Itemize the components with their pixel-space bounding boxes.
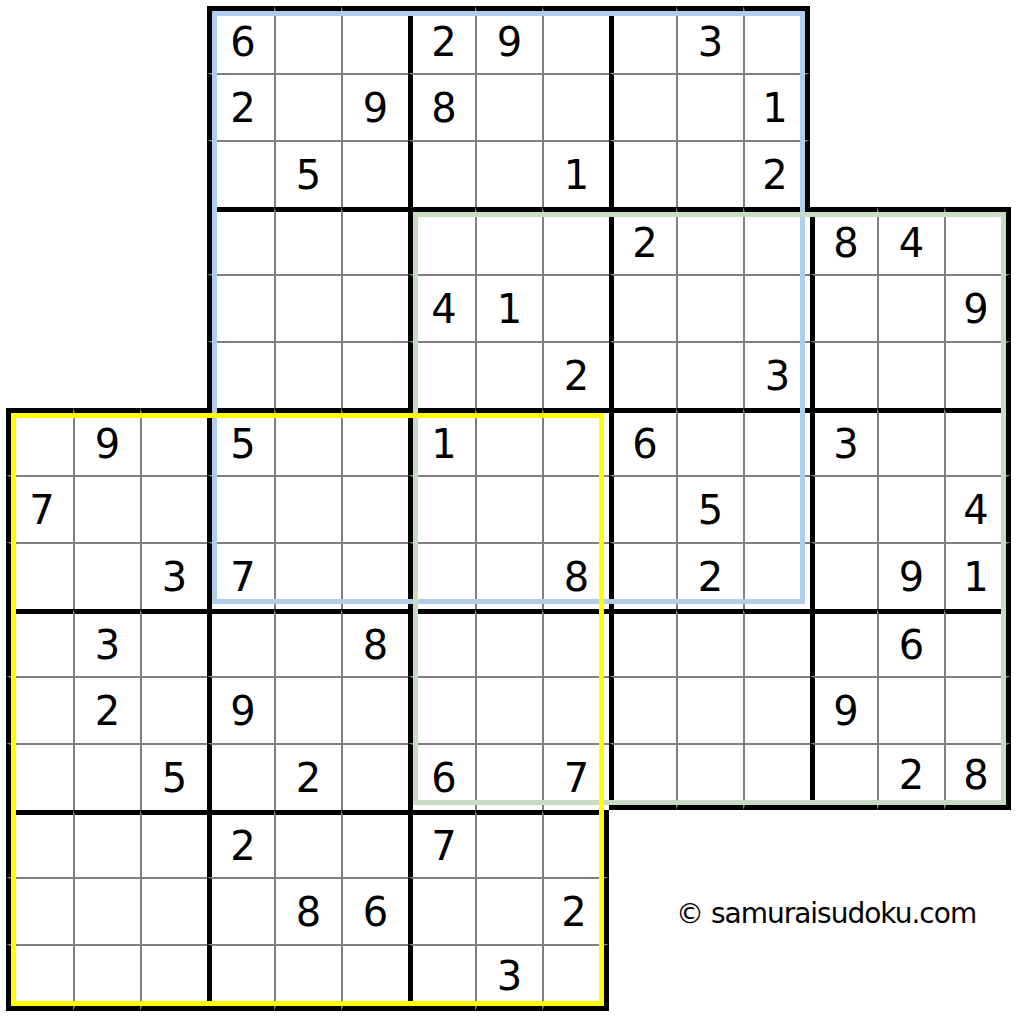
- empty-cell-r8-c6[interactable]: [341, 475, 408, 542]
- given-digit-r11-c13: 9: [810, 676, 877, 743]
- outside-board-area: [140, 207, 207, 274]
- empty-cell-r4-c6[interactable]: [341, 207, 408, 274]
- empty-cell-r11-c15[interactable]: [944, 676, 1011, 743]
- empty-cell-r11-c7[interactable]: [408, 676, 475, 743]
- given-digit-r4-c13: 8: [810, 207, 877, 274]
- empty-cell-r6-c6[interactable]: [341, 341, 408, 408]
- empty-cell-r10-c11[interactable]: [676, 609, 743, 676]
- empty-cell-r14-c3[interactable]: [140, 877, 207, 944]
- empty-cell-r2-c5[interactable]: [274, 73, 341, 140]
- empty-cell-r15-c3[interactable]: [140, 944, 207, 1011]
- empty-cell-r8-c10[interactable]: [609, 475, 676, 542]
- samurai-sudoku-board: 6293298151228441923951637543782913862995…: [6, 6, 1011, 1011]
- empty-cell-r10-c12[interactable]: [743, 609, 810, 676]
- empty-cell-r10-c13[interactable]: [810, 609, 877, 676]
- outside-board-area: [676, 944, 743, 1011]
- empty-cell-r9-c6[interactable]: [341, 542, 408, 609]
- given-digit-r10-c2: 3: [73, 609, 140, 676]
- given-digit-r11-c2: 2: [73, 676, 140, 743]
- given-digit-r14-c5: 8: [274, 877, 341, 944]
- outside-board-area: [73, 6, 140, 73]
- empty-cell-r7-c11[interactable]: [676, 408, 743, 475]
- outside-board-area: [676, 810, 743, 877]
- empty-cell-r11-c11[interactable]: [676, 676, 743, 743]
- given-digit-r3-c12: 2: [743, 140, 810, 207]
- empty-cell-r6-c10[interactable]: [609, 341, 676, 408]
- empty-cell-r5-c6[interactable]: [341, 274, 408, 341]
- empty-cell-r13-c5[interactable]: [274, 810, 341, 877]
- given-digit-r13-c4: 2: [207, 810, 274, 877]
- empty-cell-r15-c2[interactable]: [73, 944, 140, 1011]
- empty-cell-r11-c1[interactable]: [6, 676, 73, 743]
- empty-cell-r5-c12[interactable]: [743, 274, 810, 341]
- given-digit-r14-c6: 6: [341, 877, 408, 944]
- empty-cell-r12-c13[interactable]: [810, 743, 877, 810]
- empty-cell-r12-c11[interactable]: [676, 743, 743, 810]
- empty-cell-r2-c10[interactable]: [609, 73, 676, 140]
- empty-cell-r9-c1[interactable]: [6, 542, 73, 609]
- empty-cell-r13-c1[interactable]: [6, 810, 73, 877]
- given-digit-r12-c9: 7: [542, 743, 609, 810]
- outside-board-area: [6, 73, 73, 140]
- empty-cell-r4-c15[interactable]: [944, 207, 1011, 274]
- outside-board-area: [6, 274, 73, 341]
- outside-board-area: [140, 140, 207, 207]
- outside-board-area: [944, 6, 1011, 73]
- empty-cell-r14-c1[interactable]: [6, 877, 73, 944]
- empty-cell-r10-c5[interactable]: [274, 609, 341, 676]
- empty-cell-r14-c4[interactable]: [207, 877, 274, 944]
- given-digit-r3-c5: 5: [274, 140, 341, 207]
- empty-cell-r3-c8[interactable]: [475, 140, 542, 207]
- given-digit-r2-c12: 1: [743, 73, 810, 140]
- empty-cell-r10-c4[interactable]: [207, 609, 274, 676]
- empty-cell-r1-c12[interactable]: [743, 6, 810, 73]
- empty-cell-r4-c4[interactable]: [207, 207, 274, 274]
- empty-cell-r7-c14[interactable]: [877, 408, 944, 475]
- given-digit-r12-c14: 2: [877, 743, 944, 810]
- empty-cell-r6-c5[interactable]: [274, 341, 341, 408]
- empty-cell-r12-c8[interactable]: [475, 743, 542, 810]
- empty-cell-r6-c7[interactable]: [408, 341, 475, 408]
- outside-board-area: [944, 140, 1011, 207]
- empty-cell-r12-c4[interactable]: [207, 743, 274, 810]
- given-digit-r2-c6: 9: [341, 73, 408, 140]
- given-digit-r2-c7: 8: [408, 73, 475, 140]
- given-digit-r15-c8: 3: [475, 944, 542, 1011]
- given-digit-r13-c7: 7: [408, 810, 475, 877]
- empty-cell-r5-c13[interactable]: [810, 274, 877, 341]
- given-digit-r9-c4: 7: [207, 542, 274, 609]
- empty-cell-r9-c10[interactable]: [609, 542, 676, 609]
- given-digit-r4-c10: 2: [609, 207, 676, 274]
- empty-cell-r8-c13[interactable]: [810, 475, 877, 542]
- given-digit-r9-c11: 2: [676, 542, 743, 609]
- empty-cell-r5-c5[interactable]: [274, 274, 341, 341]
- empty-cell-r8-c8[interactable]: [475, 475, 542, 542]
- empty-cell-r11-c10[interactable]: [609, 676, 676, 743]
- empty-cell-r8-c2[interactable]: [73, 475, 140, 542]
- empty-cell-r7-c6[interactable]: [341, 408, 408, 475]
- given-digit-r7-c10: 6: [609, 408, 676, 475]
- given-digit-r5-c15: 9: [944, 274, 1011, 341]
- empty-cell-r6-c14[interactable]: [877, 341, 944, 408]
- given-digit-r1-c8: 9: [475, 6, 542, 73]
- outside-board-area: [73, 341, 140, 408]
- given-digit-r1-c11: 3: [676, 6, 743, 73]
- outside-board-area: [810, 6, 877, 73]
- given-digit-r3-c9: 1: [542, 140, 609, 207]
- given-digit-r8-c11: 5: [676, 475, 743, 542]
- empty-cell-r13-c2[interactable]: [73, 810, 140, 877]
- empty-cell-r10-c1[interactable]: [6, 609, 73, 676]
- empty-cell-r8-c7[interactable]: [408, 475, 475, 542]
- outside-board-area: [944, 944, 1011, 1011]
- empty-cell-r8-c9[interactable]: [542, 475, 609, 542]
- empty-cell-r4-c8[interactable]: [475, 207, 542, 274]
- empty-cell-r11-c9[interactable]: [542, 676, 609, 743]
- empty-cell-r3-c10[interactable]: [609, 140, 676, 207]
- empty-cell-r12-c10[interactable]: [609, 743, 676, 810]
- given-digit-r10-c14: 6: [877, 609, 944, 676]
- empty-cell-r3-c7[interactable]: [408, 140, 475, 207]
- empty-cell-r14-c7[interactable]: [408, 877, 475, 944]
- empty-cell-r9-c7[interactable]: [408, 542, 475, 609]
- given-digit-r4-c14: 4: [877, 207, 944, 274]
- outside-board-area: [877, 810, 944, 877]
- outside-board-area: [140, 274, 207, 341]
- empty-cell-r8-c5[interactable]: [274, 475, 341, 542]
- outside-board-area: [609, 877, 676, 944]
- empty-cell-r2-c8[interactable]: [475, 73, 542, 140]
- empty-cell-r11-c12[interactable]: [743, 676, 810, 743]
- empty-cell-r13-c8[interactable]: [475, 810, 542, 877]
- empty-cell-r11-c8[interactable]: [475, 676, 542, 743]
- empty-cell-r3-c11[interactable]: [676, 140, 743, 207]
- given-digit-r10-c6: 8: [341, 609, 408, 676]
- empty-cell-r5-c4[interactable]: [207, 274, 274, 341]
- empty-cell-r7-c3[interactable]: [140, 408, 207, 475]
- outside-board-area: [73, 73, 140, 140]
- given-digit-r7-c2: 9: [73, 408, 140, 475]
- empty-cell-r10-c10[interactable]: [609, 609, 676, 676]
- empty-cell-r12-c2[interactable]: [73, 743, 140, 810]
- outside-board-area: [6, 207, 73, 274]
- empty-cell-r10-c3[interactable]: [140, 609, 207, 676]
- empty-cell-r1-c9[interactable]: [542, 6, 609, 73]
- given-digit-r1-c4: 6: [207, 6, 274, 73]
- empty-cell-r6-c4[interactable]: [207, 341, 274, 408]
- empty-cell-r7-c15[interactable]: [944, 408, 1011, 475]
- empty-cell-r15-c5[interactable]: [274, 944, 341, 1011]
- empty-cell-r3-c6[interactable]: [341, 140, 408, 207]
- empty-cell-r12-c6[interactable]: [341, 743, 408, 810]
- outside-board-area: [944, 73, 1011, 140]
- empty-cell-r13-c9[interactable]: [542, 810, 609, 877]
- given-digit-r8-c1: 7: [6, 475, 73, 542]
- empty-cell-r15-c4[interactable]: [207, 944, 274, 1011]
- outside-board-area: [140, 341, 207, 408]
- given-digit-r6-c9: 2: [542, 341, 609, 408]
- empty-cell-r11-c3[interactable]: [140, 676, 207, 743]
- given-digit-r14-c9: 2: [542, 877, 609, 944]
- empty-cell-r4-c11[interactable]: [676, 207, 743, 274]
- outside-board-area: [743, 944, 810, 1011]
- outside-board-area: [810, 140, 877, 207]
- copyright-text: © samuraisudoku.com: [676, 897, 976, 930]
- given-digit-r9-c3: 3: [140, 542, 207, 609]
- empty-cell-r7-c1[interactable]: [6, 408, 73, 475]
- outside-board-area: [140, 73, 207, 140]
- empty-cell-r12-c1[interactable]: [6, 743, 73, 810]
- empty-cell-r6-c15[interactable]: [944, 341, 1011, 408]
- empty-cell-r5-c14[interactable]: [877, 274, 944, 341]
- empty-cell-r2-c9[interactable]: [542, 73, 609, 140]
- empty-cell-r8-c12[interactable]: [743, 475, 810, 542]
- outside-board-area: [944, 810, 1011, 877]
- given-digit-r11-c4: 9: [207, 676, 274, 743]
- given-digit-r12-c15: 8: [944, 743, 1011, 810]
- empty-cell-r15-c6[interactable]: [341, 944, 408, 1011]
- empty-cell-r7-c9[interactable]: [542, 408, 609, 475]
- empty-cell-r5-c10[interactable]: [609, 274, 676, 341]
- given-digit-r5-c7: 4: [408, 274, 475, 341]
- empty-cell-r13-c6[interactable]: [341, 810, 408, 877]
- given-digit-r9-c14: 9: [877, 542, 944, 609]
- empty-cell-r12-c12[interactable]: [743, 743, 810, 810]
- outside-board-area: [810, 73, 877, 140]
- outside-board-area: [73, 140, 140, 207]
- given-digit-r1-c7: 2: [408, 6, 475, 73]
- empty-cell-r9-c12[interactable]: [743, 542, 810, 609]
- given-digit-r12-c5: 2: [274, 743, 341, 810]
- empty-cell-r10-c7[interactable]: [408, 609, 475, 676]
- empty-cell-r9-c8[interactable]: [475, 542, 542, 609]
- empty-cell-r3-c4[interactable]: [207, 140, 274, 207]
- empty-cell-r8-c4[interactable]: [207, 475, 274, 542]
- outside-board-area: [877, 73, 944, 140]
- empty-cell-r7-c12[interactable]: [743, 408, 810, 475]
- empty-cell-r5-c9[interactable]: [542, 274, 609, 341]
- empty-cell-r11-c5[interactable]: [274, 676, 341, 743]
- empty-cell-r6-c11[interactable]: [676, 341, 743, 408]
- empty-cell-r4-c7[interactable]: [408, 207, 475, 274]
- empty-cell-r6-c13[interactable]: [810, 341, 877, 408]
- empty-cell-r11-c14[interactable]: [877, 676, 944, 743]
- empty-cell-r8-c14[interactable]: [877, 475, 944, 542]
- given-digit-r9-c9: 8: [542, 542, 609, 609]
- empty-cell-r10-c15[interactable]: [944, 609, 1011, 676]
- empty-cell-r9-c5[interactable]: [274, 542, 341, 609]
- empty-cell-r10-c8[interactable]: [475, 609, 542, 676]
- empty-cell-r4-c5[interactable]: [274, 207, 341, 274]
- outside-board-area: [609, 810, 676, 877]
- outside-board-area: [743, 810, 810, 877]
- given-digit-r8-c15: 4: [944, 475, 1011, 542]
- outside-board-area: [609, 944, 676, 1011]
- outside-board-area: [140, 6, 207, 73]
- empty-cell-r8-c3[interactable]: [140, 475, 207, 542]
- empty-cell-r15-c7[interactable]: [408, 944, 475, 1011]
- given-digit-r12-c3: 5: [140, 743, 207, 810]
- given-digit-r12-c7: 6: [408, 743, 475, 810]
- outside-board-area: [73, 207, 140, 274]
- outside-board-area: [810, 810, 877, 877]
- empty-cell-r14-c2[interactable]: [73, 877, 140, 944]
- empty-cell-r13-c3[interactable]: [140, 810, 207, 877]
- empty-cell-r5-c11[interactable]: [676, 274, 743, 341]
- empty-cell-r9-c13[interactable]: [810, 542, 877, 609]
- empty-cell-r15-c1[interactable]: [6, 944, 73, 1011]
- outside-board-area: [6, 140, 73, 207]
- outside-board-area: [877, 140, 944, 207]
- given-digit-r7-c4: 5: [207, 408, 274, 475]
- outside-board-area: [810, 944, 877, 1011]
- given-digit-r6-c12: 3: [743, 341, 810, 408]
- empty-cell-r1-c6[interactable]: [341, 6, 408, 73]
- given-digit-r5-c8: 1: [475, 274, 542, 341]
- empty-cell-r7-c8[interactable]: [475, 408, 542, 475]
- empty-cell-r4-c12[interactable]: [743, 207, 810, 274]
- empty-cell-r7-c5[interactable]: [274, 408, 341, 475]
- given-digit-r7-c7: 1: [408, 408, 475, 475]
- empty-cell-r10-c9[interactable]: [542, 609, 609, 676]
- empty-cell-r15-c9[interactable]: [542, 944, 609, 1011]
- outside-board-area: [6, 6, 73, 73]
- given-digit-r2-c4: 2: [207, 73, 274, 140]
- empty-cell-r11-c6[interactable]: [341, 676, 408, 743]
- given-digit-r7-c13: 3: [810, 408, 877, 475]
- outside-board-area: [877, 6, 944, 73]
- outside-board-area: [877, 944, 944, 1011]
- outside-board-area: [6, 341, 73, 408]
- empty-cell-r14-c8[interactable]: [475, 877, 542, 944]
- empty-cell-r9-c2[interactable]: [73, 542, 140, 609]
- empty-cell-r1-c10[interactable]: [609, 6, 676, 73]
- empty-cell-r4-c9[interactable]: [542, 207, 609, 274]
- given-digit-r9-c15: 1: [944, 542, 1011, 609]
- empty-cell-r2-c11[interactable]: [676, 73, 743, 140]
- empty-cell-r1-c5[interactable]: [274, 6, 341, 73]
- empty-cell-r6-c8[interactable]: [475, 341, 542, 408]
- outside-board-area: [73, 274, 140, 341]
